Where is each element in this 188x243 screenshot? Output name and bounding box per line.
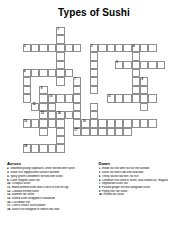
clue-number: 16	[83, 120, 86, 123]
down-list: 1. Inside out roll with rice on the outs…	[99, 167, 182, 197]
grid-cell	[73, 111, 81, 119]
clue-item-text: Steamed young soybeans, often served wit…	[10, 167, 74, 170]
grid-cell	[123, 61, 131, 69]
grid-cell	[31, 119, 39, 127]
grid-cell	[39, 144, 47, 152]
grid-cell	[148, 119, 156, 127]
clue-number: 5	[116, 61, 118, 64]
grid-cell	[132, 52, 140, 60]
grid-cell	[39, 69, 47, 77]
grid-cell	[123, 44, 131, 52]
grid-cell	[31, 69, 39, 77]
clue-number: 4	[133, 45, 135, 48]
grid-cell	[90, 86, 98, 94]
grid-cell: 16	[81, 119, 89, 127]
grid-cell	[31, 44, 39, 52]
clue-item-text: Vegetarian sushi roll	[102, 182, 128, 185]
grid-cell: 17	[73, 128, 81, 136]
grid-cell	[123, 128, 131, 136]
clue-item: 18. Sushi rice wrapped in sweet tofu ski…	[7, 208, 90, 212]
clue-number: 15	[24, 120, 27, 123]
across-header: Across	[7, 161, 90, 166]
clue-item-text: Pickled ginger served alongside sushi	[102, 186, 150, 189]
grid-cell	[140, 94, 148, 102]
grid-cell	[107, 128, 115, 136]
grid-cell: 18	[23, 144, 31, 152]
grid-cell	[107, 119, 115, 127]
grid-cell	[115, 94, 123, 102]
grid-cell	[56, 94, 64, 102]
grid-cell	[73, 103, 81, 111]
clue-number: 18	[24, 145, 27, 148]
grid-cell	[56, 136, 64, 144]
grid-cell	[65, 111, 73, 119]
grid-cell	[39, 103, 47, 111]
grid-cell: 12	[31, 103, 39, 111]
clues-section: Across 2. Steamed young soybeans, often …	[0, 161, 188, 212]
grid-cell	[48, 103, 56, 111]
across-list: 2. Steamed young soybeans, often served …	[7, 167, 90, 211]
clue-number: 1	[58, 28, 60, 31]
puzzle-page: { "game": "crossword", "title": "Types o…	[0, 0, 188, 243]
grid-cell	[73, 119, 81, 127]
grid-cell	[90, 69, 98, 77]
clue-number: 7	[74, 78, 76, 81]
clue-number: 8	[141, 78, 143, 81]
grid-cell	[39, 128, 47, 136]
clue-item-text: Cucumber roll	[12, 201, 30, 204]
grid-cell	[98, 128, 106, 136]
grid-cell	[56, 44, 64, 52]
crossword-grid: 123456789101112131415161718	[23, 27, 166, 153]
grid-cell	[90, 128, 98, 136]
grid-cell	[56, 61, 64, 69]
clue-number: 6	[24, 70, 26, 73]
grid-cell	[56, 52, 64, 60]
grid-cell	[140, 119, 148, 127]
grid-cell: 3	[90, 44, 98, 52]
clue-number: 3	[91, 45, 93, 48]
grid-cell	[140, 86, 148, 94]
grid-cell	[98, 44, 106, 52]
clue-item-text: Thinly sliced raw fish, no rice	[102, 175, 139, 178]
grid-cell: 5	[115, 61, 123, 69]
grid-cell	[73, 44, 81, 52]
grid-cell	[107, 44, 115, 52]
grid-cell	[23, 77, 31, 85]
clue-item-text: Cone shaped sushi roll	[10, 179, 39, 182]
clue-item-text: Octopus sushi	[12, 182, 30, 185]
across-clues: Across 2. Steamed young soybeans, often …	[7, 161, 90, 212]
grid-cell: 10	[48, 94, 56, 102]
grid-cell	[56, 128, 64, 136]
down-clues: Down 1. Inside out roll with rice on the…	[99, 161, 182, 212]
grid-cell	[140, 103, 148, 111]
clue-number: 14	[58, 112, 61, 115]
clue-item-text: Sushi rice topped with various sashimi	[10, 171, 59, 174]
grid-cell	[65, 69, 73, 77]
grid-cell	[132, 94, 140, 102]
clue-item-text: Chef's choice sushi platter	[12, 204, 46, 207]
clue-item-text: Common fish used in sushi, also known as…	[102, 179, 169, 182]
grid-cell	[123, 119, 131, 127]
clue-item-text: Sushi rice wrapped in sweet tofu skin	[12, 208, 60, 211]
grid-cell: 9	[39, 86, 47, 94]
clue-item-text: Sushi roll with crab and avocado	[102, 171, 144, 174]
grid-cell	[115, 119, 123, 127]
grid-cell	[148, 44, 156, 52]
grid-cell: 14	[56, 111, 64, 119]
grid-cell	[90, 111, 98, 119]
grid-cell	[140, 61, 148, 69]
grid-cell	[56, 35, 64, 43]
clue-number: 13	[41, 112, 44, 115]
grid-cell	[48, 69, 56, 77]
grid-cell	[23, 94, 31, 102]
grid-cell	[39, 94, 47, 102]
grid-cell	[148, 61, 156, 69]
clue-item-text: Flying fish roe sushi	[102, 190, 128, 193]
grid-cell: 8	[140, 77, 148, 85]
clue-item-text: Hand-formed sushi with a slice of fish o…	[12, 186, 69, 189]
grid-cell	[65, 44, 73, 52]
grid-cell	[56, 69, 64, 77]
grid-cell	[148, 94, 156, 102]
grid-cell: 15	[23, 119, 31, 127]
grid-cell	[56, 77, 64, 85]
grid-cell	[81, 128, 89, 136]
grid-cell	[115, 128, 123, 136]
clue-number: 9	[41, 87, 43, 90]
grid-cell	[23, 86, 31, 94]
clue-item-text: Rolled sushi wrapped in seaweed	[12, 197, 55, 200]
clue-item-text: Inside out roll with rice on the outside	[102, 167, 150, 170]
grid-cell	[48, 44, 56, 52]
grid-cell	[39, 44, 47, 52]
down-header: Down	[99, 161, 182, 166]
grid-cell	[90, 61, 98, 69]
grid-cell	[48, 119, 56, 127]
grid-cell	[132, 86, 140, 94]
grid-cell	[90, 119, 98, 127]
grid-cell	[56, 119, 64, 127]
grid-cell	[132, 77, 140, 85]
grid-cell	[132, 69, 140, 77]
grid-cell	[90, 77, 98, 85]
grid-cell	[115, 44, 123, 52]
grid-cell: 1	[56, 27, 64, 35]
clue-number: 2	[24, 45, 26, 48]
clue-item-text: Spicy green condiment served with sushi	[10, 175, 62, 178]
clue-number: 17	[74, 129, 77, 132]
grid-cell: 6	[23, 69, 31, 77]
grid-cell	[73, 94, 81, 102]
grid-cell: 7	[73, 77, 81, 85]
page-title: Types of Sushi	[0, 0, 188, 18]
grid-cell: 13	[39, 111, 47, 119]
clue-item-text: Salmon roe sushi	[12, 193, 34, 196]
grid-cell	[31, 144, 39, 152]
grid-cell	[48, 111, 56, 119]
grid-cell	[123, 94, 131, 102]
clue-item-text: Grilled eel sushi	[103, 193, 124, 196]
clue-number: 12	[32, 103, 35, 106]
grid-cell: 11	[107, 94, 115, 102]
grid-cell	[157, 61, 165, 69]
grid-cell	[90, 52, 98, 60]
grid-cell	[132, 119, 140, 127]
grid-cell	[39, 119, 47, 127]
grid-cell	[132, 61, 140, 69]
grid-cell: 4	[132, 44, 140, 52]
grid-cell	[140, 44, 148, 52]
grid-cell	[48, 144, 56, 152]
grid-cell: 2	[23, 44, 31, 52]
grid-cell	[90, 103, 98, 111]
clue-number: 10	[49, 95, 52, 98]
clue-item: 14. Grilled eel sushi	[99, 193, 182, 197]
grid-cell	[56, 144, 64, 152]
clue-item-text: Cooked shrimp sushi	[12, 190, 39, 193]
grid-cell	[65, 94, 73, 102]
grid-cell	[73, 86, 81, 94]
grid-cell	[98, 119, 106, 127]
clue-number: 11	[108, 95, 111, 98]
